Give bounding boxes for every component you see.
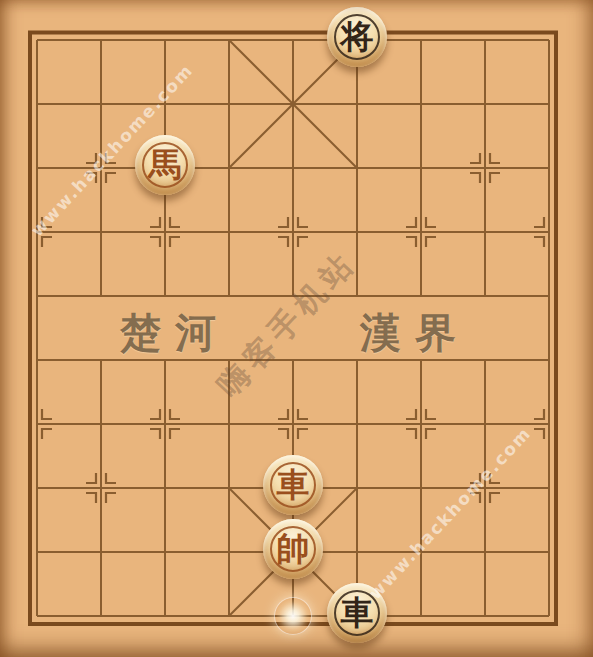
piece-character: 将: [341, 20, 374, 53]
piece-red-horse[interactable]: 馬: [135, 135, 195, 195]
board-point-9-2[interactable]: [517, 72, 581, 136]
board-point-9-3[interactable]: [517, 136, 581, 200]
board-point-4-2[interactable]: [197, 72, 261, 136]
piece-character: 車: [341, 596, 374, 629]
board-point-7-6[interactable]: [389, 328, 453, 392]
board-point-4-4[interactable]: [197, 200, 261, 264]
board-point-7-7[interactable]: [389, 392, 453, 456]
xiangqi-game-screen: 楚河 漢界 将馬車帥車 www.hackhome.com 嗨客手机站 www.h…: [0, 0, 593, 657]
board-point-8-8[interactable]: [453, 456, 517, 520]
board-point-2-10[interactable]: [69, 584, 133, 648]
board-point-8-6[interactable]: [453, 328, 517, 392]
board-point-9-8[interactable]: [517, 456, 581, 520]
board-point-8-10[interactable]: [453, 584, 517, 648]
board-point-6-7[interactable]: [325, 392, 389, 456]
piece-character: 車: [277, 468, 310, 501]
board-point-5-6[interactable]: [261, 328, 325, 392]
board-point-5-2[interactable]: [261, 72, 325, 136]
board-point-3-7[interactable]: [133, 392, 197, 456]
board-point-4-5[interactable]: [197, 264, 261, 328]
board-point-6-6[interactable]: [325, 328, 389, 392]
board-point-7-5[interactable]: [389, 264, 453, 328]
board-point-2-9[interactable]: [69, 520, 133, 584]
board-point-2-2[interactable]: [69, 72, 133, 136]
board-point-2-4[interactable]: [69, 200, 133, 264]
board-point-4-9[interactable]: [197, 520, 261, 584]
board-point-6-8[interactable]: [325, 456, 389, 520]
board-point-8-2[interactable]: [453, 72, 517, 136]
piece-character: 馬: [149, 148, 182, 181]
board-point-6-3[interactable]: [325, 136, 389, 200]
board-point-2-3[interactable]: [69, 136, 133, 200]
board-point-1-10[interactable]: [5, 584, 69, 648]
board-point-9-5[interactable]: [517, 264, 581, 328]
board-point-7-9[interactable]: [389, 520, 453, 584]
board-point-9-7[interactable]: [517, 392, 581, 456]
board-point-8-4[interactable]: [453, 200, 517, 264]
board-point-7-2[interactable]: [389, 72, 453, 136]
board-point-9-9[interactable]: [517, 520, 581, 584]
board-point-3-5[interactable]: [133, 264, 197, 328]
board-point-4-6[interactable]: [197, 328, 261, 392]
board-point-1-1[interactable]: [5, 8, 69, 72]
board-point-6-2[interactable]: [325, 72, 389, 136]
board-point-7-8[interactable]: [389, 456, 453, 520]
board-point-4-7[interactable]: [197, 392, 261, 456]
board-point-1-7[interactable]: [5, 392, 69, 456]
piece-character: 帥: [277, 532, 310, 565]
move-indicator-glow[interactable]: [274, 597, 312, 635]
board-point-9-10[interactable]: [517, 584, 581, 648]
board-point-1-2[interactable]: [5, 72, 69, 136]
board-point-7-10[interactable]: [389, 584, 453, 648]
board-point-1-3[interactable]: [5, 136, 69, 200]
board-point-1-9[interactable]: [5, 520, 69, 584]
board-point-8-9[interactable]: [453, 520, 517, 584]
board-point-3-8[interactable]: [133, 456, 197, 520]
board-point-4-10[interactable]: [197, 584, 261, 648]
board-point-1-6[interactable]: [5, 328, 69, 392]
board-point-4-3[interactable]: [197, 136, 261, 200]
board-point-9-4[interactable]: [517, 200, 581, 264]
board-point-9-1[interactable]: [517, 8, 581, 72]
board-point-8-3[interactable]: [453, 136, 517, 200]
board-point-9-6[interactable]: [517, 328, 581, 392]
board-point-5-3[interactable]: [261, 136, 325, 200]
board-point-2-6[interactable]: [69, 328, 133, 392]
board-point-6-9[interactable]: [325, 520, 389, 584]
board-point-2-5[interactable]: [69, 264, 133, 328]
board-point-1-4[interactable]: [5, 200, 69, 264]
board-point-6-5[interactable]: [325, 264, 389, 328]
piece-red-general[interactable]: 帥: [263, 519, 323, 579]
board-point-7-1[interactable]: [389, 8, 453, 72]
piece-red-chariot[interactable]: 車: [263, 455, 323, 515]
board-point-3-1[interactable]: [133, 8, 197, 72]
board-point-1-8[interactable]: [5, 456, 69, 520]
board-point-2-7[interactable]: [69, 392, 133, 456]
board-point-5-7[interactable]: [261, 392, 325, 456]
board-point-3-10[interactable]: [133, 584, 197, 648]
board-point-6-4[interactable]: [325, 200, 389, 264]
piece-black-general[interactable]: 将: [327, 7, 387, 67]
board-point-4-8[interactable]: [197, 456, 261, 520]
board-point-5-1[interactable]: [261, 8, 325, 72]
board-point-8-1[interactable]: [453, 8, 517, 72]
piece-grid: 将馬車帥車: [5, 8, 581, 648]
board-point-4-1[interactable]: [197, 8, 261, 72]
board-point-5-4[interactable]: [261, 200, 325, 264]
board-point-1-5[interactable]: [5, 264, 69, 328]
board-point-3-9[interactable]: [133, 520, 197, 584]
board-point-7-4[interactable]: [389, 200, 453, 264]
board-point-3-2[interactable]: [133, 72, 197, 136]
board-point-8-5[interactable]: [453, 264, 517, 328]
board-point-2-1[interactable]: [69, 8, 133, 72]
board-point-3-6[interactable]: [133, 328, 197, 392]
board-point-2-8[interactable]: [69, 456, 133, 520]
piece-black-chariot[interactable]: 車: [327, 583, 387, 643]
board-point-3-4[interactable]: [133, 200, 197, 264]
board-point-8-7[interactable]: [453, 392, 517, 456]
board-point-7-3[interactable]: [389, 136, 453, 200]
board-point-5-5[interactable]: [261, 264, 325, 328]
